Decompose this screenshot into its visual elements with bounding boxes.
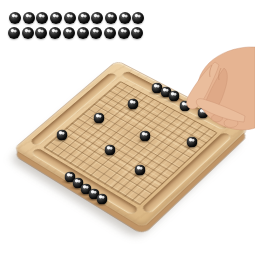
finger-crease <box>219 68 221 80</box>
black-marble <box>22 27 34 39</box>
game-board <box>14 61 248 228</box>
scene <box>0 0 255 255</box>
black-marble <box>8 27 20 39</box>
middle-finger <box>205 68 227 110</box>
black-marble <box>49 27 61 39</box>
black-marble <box>23 12 35 24</box>
black-marble <box>91 12 103 24</box>
black-marble <box>105 12 117 24</box>
black-marble <box>131 27 143 39</box>
black-marble <box>63 27 75 39</box>
black-marble <box>77 27 89 39</box>
black-marble <box>36 12 48 24</box>
black-marble <box>119 12 131 24</box>
black-marble <box>104 27 116 39</box>
black-marble <box>35 27 47 39</box>
black-marble <box>118 27 130 39</box>
black-marble <box>90 27 102 39</box>
black-marble <box>132 12 144 24</box>
black-marble <box>9 12 21 24</box>
black-marble <box>50 12 62 24</box>
finger-crease <box>210 65 212 77</box>
black-marble <box>78 12 90 24</box>
black-marble <box>64 12 76 24</box>
